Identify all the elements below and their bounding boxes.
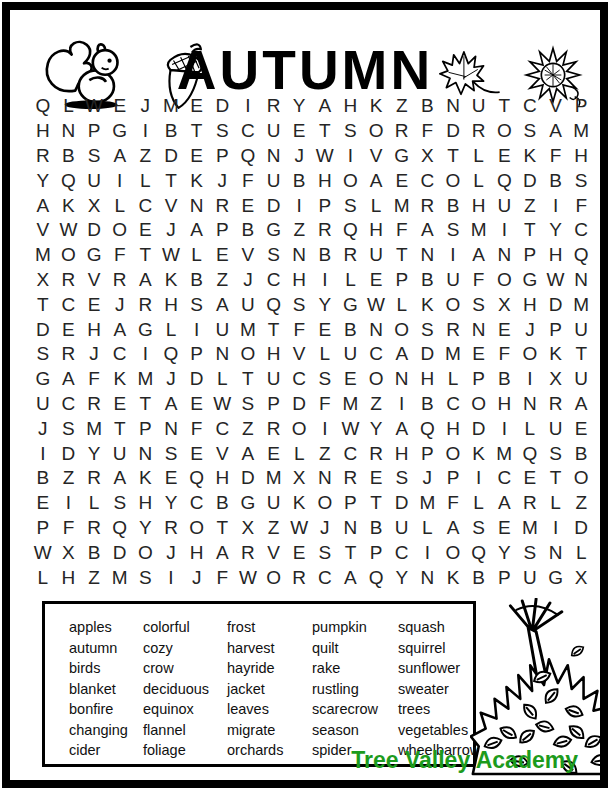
grid-cell-r1c9[interactable]: I (235, 94, 261, 119)
grid-cell-r6c10[interactable]: G (261, 218, 287, 243)
grid-cell-r13c14[interactable]: Z (363, 392, 389, 417)
grid-cell-r2c21[interactable]: A (543, 119, 569, 144)
grid-cell-r14c16[interactable]: Q (415, 416, 441, 441)
grid-cell-r3c20[interactable]: K (517, 144, 543, 169)
grid-cell-r11c5[interactable]: I (133, 342, 159, 367)
grid-cell-r19c1[interactable]: W (30, 540, 56, 565)
grid-cell-r3c5[interactable]: Z (133, 144, 159, 169)
grid-cell-r10c17[interactable]: R (440, 317, 466, 342)
grid-cell-r18c8[interactable]: T (209, 516, 235, 541)
grid-cell-r3c11[interactable]: J (286, 144, 312, 169)
grid-cell-r17c6[interactable]: Y (158, 491, 184, 516)
grid-cell-r9c20[interactable]: H (517, 292, 543, 317)
grid-cell-r14c15[interactable]: A (389, 416, 415, 441)
grid-cell-r4c5[interactable]: L (133, 168, 159, 193)
grid-cell-r15c18[interactable]: K (466, 441, 492, 466)
grid-cell-r9c4[interactable]: J (107, 292, 133, 317)
grid-cell-r11c8[interactable]: N (209, 342, 235, 367)
grid-cell-r10c8[interactable]: U (209, 317, 235, 342)
grid-cell-r7c13[interactable]: R (338, 243, 364, 268)
grid-cell-r8c6[interactable]: K (158, 268, 184, 293)
grid-cell-r1c16[interactable]: B (415, 94, 441, 119)
word-item-bonfire[interactable]: bonfire (69, 699, 143, 720)
grid-cell-r7c12[interactable]: B (312, 243, 338, 268)
grid-cell-r5c1[interactable]: A (30, 193, 56, 218)
word-item-cozy[interactable]: cozy (143, 638, 227, 659)
grid-cell-r14c8[interactable]: C (209, 416, 235, 441)
grid-cell-r6c21[interactable]: Y (543, 218, 569, 243)
grid-cell-r9c22[interactable]: M (568, 292, 594, 317)
grid-cell-r4c17[interactable]: O (440, 168, 466, 193)
grid-cell-r17c3[interactable]: L (81, 491, 107, 516)
grid-cell-r9c19[interactable]: X (491, 292, 517, 317)
grid-cell-r12c6[interactable]: J (158, 367, 184, 392)
grid-cell-r3c14[interactable]: V (363, 144, 389, 169)
grid-cell-r17c4[interactable]: S (107, 491, 133, 516)
grid-cell-r12c7[interactable]: D (184, 367, 210, 392)
word-item-squash[interactable]: squash (398, 617, 480, 638)
grid-cell-r6c15[interactable]: F (389, 218, 415, 243)
grid-cell-r7c2[interactable]: O (56, 243, 82, 268)
grid-cell-r16c12[interactable]: N (312, 466, 338, 491)
grid-cell-r4c18[interactable]: L (466, 168, 492, 193)
grid-cell-r20c6[interactable]: I (158, 565, 184, 590)
grid-cell-r11c18[interactable]: E (466, 342, 492, 367)
grid-cell-r3c8[interactable]: P (209, 144, 235, 169)
word-item-frost[interactable]: frost (227, 617, 312, 638)
grid-cell-r8c22[interactable]: N (568, 268, 594, 293)
word-item-orchards[interactable]: orchards (227, 740, 312, 761)
grid-cell-r20c19[interactable]: P (491, 565, 517, 590)
grid-cell-r11c1[interactable]: S (30, 342, 56, 367)
word-item-crow[interactable]: crow (143, 658, 227, 679)
grid-cell-r6c6[interactable]: J (158, 218, 184, 243)
grid-cell-r7c19[interactable]: N (491, 243, 517, 268)
grid-cell-r19c5[interactable]: O (133, 540, 159, 565)
grid-cell-r9c17[interactable]: O (440, 292, 466, 317)
grid-cell-r6c2[interactable]: W (56, 218, 82, 243)
grid-cell-r8c18[interactable]: F (466, 268, 492, 293)
grid-cell-r17c19[interactable]: A (491, 491, 517, 516)
word-item-season[interactable]: season (312, 720, 398, 741)
grid-cell-r7c22[interactable]: Q (568, 243, 594, 268)
grid-cell-r2c3[interactable]: P (81, 119, 107, 144)
grid-cell-r11c22[interactable]: T (568, 342, 594, 367)
grid-cell-r15c15[interactable]: H (389, 441, 415, 466)
grid-cell-r13c16[interactable]: B (415, 392, 441, 417)
grid-cell-r1c1[interactable]: Q (30, 94, 56, 119)
grid-cell-r3c16[interactable]: X (415, 144, 441, 169)
grid-cell-r4c21[interactable]: B (543, 168, 569, 193)
grid-cell-r20c20[interactable]: U (517, 565, 543, 590)
grid-cell-r8c4[interactable]: R (107, 268, 133, 293)
grid-cell-r13c12[interactable]: F (312, 392, 338, 417)
grid-cell-r7c1[interactable]: M (30, 243, 56, 268)
grid-cell-r1c11[interactable]: Y (286, 94, 312, 119)
grid-cell-r10c6[interactable]: L (158, 317, 184, 342)
grid-cell-r10c3[interactable]: H (81, 317, 107, 342)
grid-cell-r6c5[interactable]: E (133, 218, 159, 243)
grid-cell-r6c17[interactable]: S (440, 218, 466, 243)
grid-cell-r20c13[interactable]: A (338, 565, 364, 590)
grid-cell-r2c2[interactable]: N (56, 119, 82, 144)
grid-cell-r4c3[interactable]: U (81, 168, 107, 193)
grid-cell-r2c6[interactable]: B (158, 119, 184, 144)
grid-cell-r10c22[interactable]: U (568, 317, 594, 342)
grid-cell-r9c10[interactable]: Q (261, 292, 287, 317)
grid-cell-r7c16[interactable]: N (415, 243, 441, 268)
grid-cell-r12c8[interactable]: L (209, 367, 235, 392)
grid-cell-r17c11[interactable]: K (286, 491, 312, 516)
grid-cell-r18c11[interactable]: W (286, 516, 312, 541)
grid-cell-r12c3[interactable]: F (81, 367, 107, 392)
grid-cell-r4c16[interactable]: C (415, 168, 441, 193)
grid-cell-r8c16[interactable]: B (415, 268, 441, 293)
word-item-sweater[interactable]: sweater (398, 679, 480, 700)
grid-cell-r11c3[interactable]: J (81, 342, 107, 367)
grid-cell-r16c19[interactable]: C (491, 466, 517, 491)
grid-cell-r5c7[interactable]: N (184, 193, 210, 218)
grid-cell-r2c19[interactable]: O (491, 119, 517, 144)
grid-cell-r17c20[interactable]: R (517, 491, 543, 516)
grid-cell-r11c17[interactable]: M (440, 342, 466, 367)
grid-cell-r9c11[interactable]: S (286, 292, 312, 317)
grid-cell-r14c14[interactable]: Y (363, 416, 389, 441)
grid-cell-r11c15[interactable]: A (389, 342, 415, 367)
grid-cell-r18c7[interactable]: O (184, 516, 210, 541)
grid-cell-r3c19[interactable]: E (491, 144, 517, 169)
grid-cell-r17c2[interactable]: I (56, 491, 82, 516)
grid-cell-r7c10[interactable]: S (261, 243, 287, 268)
grid-cell-r5c5[interactable]: C (133, 193, 159, 218)
grid-cell-r17c13[interactable]: P (338, 491, 364, 516)
grid-cell-r7c15[interactable]: T (389, 243, 415, 268)
grid-cell-r7c8[interactable]: E (209, 243, 235, 268)
grid-cell-r15c1[interactable]: I (30, 441, 56, 466)
grid-cell-r6c3[interactable]: D (81, 218, 107, 243)
grid-cell-r4c9[interactable]: F (235, 168, 261, 193)
grid-cell-r17c12[interactable]: O (312, 491, 338, 516)
grid-cell-r18c5[interactable]: Y (133, 516, 159, 541)
word-item-vegetables[interactable]: vegetables (398, 720, 480, 741)
word-item-migrate[interactable]: migrate (227, 720, 312, 741)
grid-cell-r15c14[interactable]: R (363, 441, 389, 466)
grid-cell-r1c19[interactable]: T (491, 94, 517, 119)
grid-cell-r5c17[interactable]: B (440, 193, 466, 218)
grid-cell-r8c17[interactable]: U (440, 268, 466, 293)
grid-cell-r13c21[interactable]: R (543, 392, 569, 417)
grid-cell-r8c2[interactable]: R (56, 268, 82, 293)
grid-cell-r8c1[interactable]: X (30, 268, 56, 293)
word-item-foliage[interactable]: foliage (143, 740, 227, 761)
grid-cell-r18c4[interactable]: Q (107, 516, 133, 541)
grid-cell-r7c7[interactable]: L (184, 243, 210, 268)
grid-cell-r5c19[interactable]: U (491, 193, 517, 218)
grid-cell-r9c14[interactable]: W (363, 292, 389, 317)
grid-cell-r20c3[interactable]: Z (81, 565, 107, 590)
grid-cell-r8c13[interactable]: L (338, 268, 364, 293)
word-item-blanket[interactable]: blanket (69, 679, 143, 700)
grid-cell-r8c10[interactable]: C (261, 268, 287, 293)
grid-cell-r15c8[interactable]: V (209, 441, 235, 466)
grid-cell-r13c5[interactable]: T (133, 392, 159, 417)
grid-cell-r19c22[interactable]: L (568, 540, 594, 565)
grid-cell-r1c3[interactable]: W (81, 94, 107, 119)
grid-cell-r12c4[interactable]: K (107, 367, 133, 392)
grid-cell-r15c2[interactable]: D (56, 441, 82, 466)
grid-cell-r19c18[interactable]: Q (466, 540, 492, 565)
grid-cell-r15c6[interactable]: S (158, 441, 184, 466)
grid-cell-r20c11[interactable]: R (286, 565, 312, 590)
grid-cell-r4c1[interactable]: Y (30, 168, 56, 193)
grid-cell-r12c12[interactable]: S (312, 367, 338, 392)
grid-cell-r13c13[interactable]: M (338, 392, 364, 417)
grid-cell-r5c8[interactable]: R (209, 193, 235, 218)
grid-cell-r6c18[interactable]: M (466, 218, 492, 243)
grid-cell-r11c7[interactable]: P (184, 342, 210, 367)
grid-cell-r14c5[interactable]: P (133, 416, 159, 441)
grid-cell-r12c13[interactable]: E (338, 367, 364, 392)
grid-cell-r17c14[interactable]: T (363, 491, 389, 516)
grid-cell-r18c3[interactable]: R (81, 516, 107, 541)
grid-cell-r5c13[interactable]: S (338, 193, 364, 218)
grid-cell-r5c4[interactable]: L (107, 193, 133, 218)
grid-cell-r18c1[interactable]: P (30, 516, 56, 541)
grid-cell-r16c2[interactable]: Z (56, 466, 82, 491)
grid-cell-r1c8[interactable]: D (209, 94, 235, 119)
grid-cell-r4c22[interactable]: S (568, 168, 594, 193)
grid-cell-r19c15[interactable]: C (389, 540, 415, 565)
grid-cell-r10c13[interactable]: B (338, 317, 364, 342)
grid-cell-r19c6[interactable]: J (158, 540, 184, 565)
grid-cell-r8c5[interactable]: A (133, 268, 159, 293)
grid-cell-r10c21[interactable]: P (543, 317, 569, 342)
grid-cell-r8c11[interactable]: H (286, 268, 312, 293)
grid-cell-r6c8[interactable]: P (209, 218, 235, 243)
grid-cell-r9c21[interactable]: D (543, 292, 569, 317)
grid-cell-r8c8[interactable]: Z (209, 268, 235, 293)
grid-cell-r3c6[interactable]: D (158, 144, 184, 169)
grid-cell-r16c8[interactable]: H (209, 466, 235, 491)
word-item-cider[interactable]: cider (69, 740, 143, 761)
grid-cell-r16c6[interactable]: E (158, 466, 184, 491)
grid-cell-r19c7[interactable]: H (184, 540, 210, 565)
grid-cell-r8c7[interactable]: B (184, 268, 210, 293)
grid-cell-r16c4[interactable]: A (107, 466, 133, 491)
grid-cell-r16c20[interactable]: E (517, 466, 543, 491)
grid-cell-r2c14[interactable]: O (363, 119, 389, 144)
grid-cell-r5c20[interactable]: Z (517, 193, 543, 218)
grid-cell-r1c10[interactable]: R (261, 94, 287, 119)
grid-cell-r15c9[interactable]: A (235, 441, 261, 466)
grid-cell-r14c1[interactable]: J (30, 416, 56, 441)
grid-cell-r1c14[interactable]: K (363, 94, 389, 119)
grid-cell-r7c21[interactable]: H (543, 243, 569, 268)
grid-cell-r9c13[interactable]: G (338, 292, 364, 317)
grid-cell-r19c9[interactable]: R (235, 540, 261, 565)
grid-cell-r5c14[interactable]: L (363, 193, 389, 218)
grid-cell-r13c10[interactable]: P (261, 392, 287, 417)
grid-cell-r4c7[interactable]: K (184, 168, 210, 193)
word-item-flannel[interactable]: flannel (143, 720, 227, 741)
grid-cell-r8c20[interactable]: G (517, 268, 543, 293)
grid-cell-r15c5[interactable]: N (133, 441, 159, 466)
grid-cell-r18c21[interactable]: I (543, 516, 569, 541)
grid-cell-r13c1[interactable]: U (30, 392, 56, 417)
grid-cell-r10c14[interactable]: N (363, 317, 389, 342)
grid-cell-r7c5[interactable]: T (133, 243, 159, 268)
grid-cell-r17c10[interactable]: U (261, 491, 287, 516)
grid-cell-r10c9[interactable]: M (235, 317, 261, 342)
grid-cell-r5c16[interactable]: R (415, 193, 441, 218)
grid-cell-r4c12[interactable]: H (312, 168, 338, 193)
grid-cell-r5c2[interactable]: K (56, 193, 82, 218)
grid-cell-r11c9[interactable]: O (235, 342, 261, 367)
grid-cell-r9c18[interactable]: S (466, 292, 492, 317)
grid-cell-r5c9[interactable]: E (235, 193, 261, 218)
grid-cell-r15c17[interactable]: O (440, 441, 466, 466)
grid-cell-r2c4[interactable]: G (107, 119, 133, 144)
grid-cell-r1c7[interactable]: E (184, 94, 210, 119)
grid-cell-r17c8[interactable]: B (209, 491, 235, 516)
grid-cell-r20c10[interactable]: O (261, 565, 287, 590)
grid-cell-r18c19[interactable]: E (491, 516, 517, 541)
grid-cell-r2c11[interactable]: E (286, 119, 312, 144)
grid-cell-r10c2[interactable]: E (56, 317, 82, 342)
grid-cell-r12c21[interactable]: X (543, 367, 569, 392)
grid-cell-r10c11[interactable]: F (286, 317, 312, 342)
grid-cell-r11c4[interactable]: C (107, 342, 133, 367)
word-item-quilt[interactable]: quilt (312, 638, 398, 659)
grid-cell-r19c20[interactable]: S (517, 540, 543, 565)
grid-cell-r19c17[interactable]: O (440, 540, 466, 565)
grid-cell-r2c5[interactable]: I (133, 119, 159, 144)
grid-cell-r13c4[interactable]: E (107, 392, 133, 417)
grid-cell-r19c13[interactable]: T (338, 540, 364, 565)
grid-cell-r15c4[interactable]: U (107, 441, 133, 466)
grid-cell-r4c6[interactable]: T (158, 168, 184, 193)
grid-cell-r16c1[interactable]: B (30, 466, 56, 491)
grid-cell-r14c10[interactable]: R (261, 416, 287, 441)
grid-cell-r15c10[interactable]: E (261, 441, 287, 466)
word-item-changing[interactable]: changing (69, 720, 143, 741)
grid-cell-r20c12[interactable]: C (312, 565, 338, 590)
grid-cell-r4c2[interactable]: Q (56, 168, 82, 193)
grid-cell-r11c20[interactable]: O (517, 342, 543, 367)
grid-cell-r4c13[interactable]: O (338, 168, 364, 193)
grid-cell-r4c20[interactable]: D (517, 168, 543, 193)
grid-cell-r2c22[interactable]: M (568, 119, 594, 144)
grid-cell-r3c10[interactable]: N (261, 144, 287, 169)
grid-cell-r15c3[interactable]: Y (81, 441, 107, 466)
grid-cell-r10c7[interactable]: I (184, 317, 210, 342)
grid-cell-r4c8[interactable]: J (209, 168, 235, 193)
grid-cell-r16c7[interactable]: Q (184, 466, 210, 491)
grid-cell-r1c13[interactable]: H (338, 94, 364, 119)
grid-cell-r10c5[interactable]: G (133, 317, 159, 342)
grid-cell-r9c9[interactable]: U (235, 292, 261, 317)
grid-cell-r18c20[interactable]: M (517, 516, 543, 541)
grid-cell-r7c20[interactable]: P (517, 243, 543, 268)
grid-cell-r18c9[interactable]: X (235, 516, 261, 541)
grid-cell-r18c17[interactable]: A (440, 516, 466, 541)
grid-cell-r11c10[interactable]: H (261, 342, 287, 367)
grid-cell-r20c8[interactable]: F (209, 565, 235, 590)
grid-cell-r4c19[interactable]: Q (491, 168, 517, 193)
grid-cell-r7c4[interactable]: F (107, 243, 133, 268)
grid-cell-r6c12[interactable]: R (312, 218, 338, 243)
grid-cell-r9c16[interactable]: K (415, 292, 441, 317)
grid-cell-r16c16[interactable]: J (415, 466, 441, 491)
grid-cell-r12c17[interactable]: L (440, 367, 466, 392)
grid-cell-r2c7[interactable]: T (184, 119, 210, 144)
grid-cell-r3c2[interactable]: B (56, 144, 82, 169)
grid-cell-r6c19[interactable]: I (491, 218, 517, 243)
grid-cell-r1c17[interactable]: N (440, 94, 466, 119)
grid-cell-r9c6[interactable]: H (158, 292, 184, 317)
grid-cell-r20c7[interactable]: J (184, 565, 210, 590)
grid-cell-r2c1[interactable]: H (30, 119, 56, 144)
grid-cell-r7c14[interactable]: U (363, 243, 389, 268)
word-item-trees[interactable]: trees (398, 699, 480, 720)
grid-cell-r12c2[interactable]: A (56, 367, 82, 392)
grid-cell-r14c2[interactable]: S (56, 416, 82, 441)
grid-cell-r15c16[interactable]: P (415, 441, 441, 466)
grid-cell-r20c17[interactable]: K (440, 565, 466, 590)
grid-cell-r4c10[interactable]: U (261, 168, 287, 193)
grid-cell-r8c3[interactable]: V (81, 268, 107, 293)
grid-cell-r20c21[interactable]: G (543, 565, 569, 590)
grid-cell-r3c1[interactable]: R (30, 144, 56, 169)
grid-cell-r3c17[interactable]: T (440, 144, 466, 169)
grid-cell-r11c12[interactable]: L (312, 342, 338, 367)
grid-cell-r11c6[interactable]: Q (158, 342, 184, 367)
grid-cell-r20c18[interactable]: B (466, 565, 492, 590)
grid-cell-r14c6[interactable]: N (158, 416, 184, 441)
word-item-rustling[interactable]: rustling (312, 679, 398, 700)
grid-cell-r10c12[interactable]: E (312, 317, 338, 342)
grid-cell-r15c13[interactable]: C (338, 441, 364, 466)
grid-cell-r18c2[interactable]: F (56, 516, 82, 541)
word-item-leaves[interactable]: leaves (227, 699, 312, 720)
grid-cell-r15c22[interactable]: B (568, 441, 594, 466)
grid-cell-r4c4[interactable]: I (107, 168, 133, 193)
grid-cell-r19c10[interactable]: V (261, 540, 287, 565)
grid-cell-r12c14[interactable]: O (363, 367, 389, 392)
grid-cell-r9c15[interactable]: L (389, 292, 415, 317)
grid-cell-r2c10[interactable]: U (261, 119, 287, 144)
grid-cell-r17c7[interactable]: C (184, 491, 210, 516)
grid-cell-r17c9[interactable]: G (235, 491, 261, 516)
grid-cell-r10c18[interactable]: N (466, 317, 492, 342)
grid-cell-r13c18[interactable]: O (466, 392, 492, 417)
grid-cell-r12c1[interactable]: G (30, 367, 56, 392)
grid-cell-r3c3[interactable]: S (81, 144, 107, 169)
grid-cell-r6c4[interactable]: O (107, 218, 133, 243)
grid-cell-r10c4[interactable]: A (107, 317, 133, 342)
grid-cell-r14c12[interactable]: I (312, 416, 338, 441)
grid-cell-r14c4[interactable]: T (107, 416, 133, 441)
grid-cell-r17c16[interactable]: M (415, 491, 441, 516)
grid-cell-r6c16[interactable]: A (415, 218, 441, 243)
grid-cell-r11c16[interactable]: D (415, 342, 441, 367)
grid-cell-r19c12[interactable]: S (312, 540, 338, 565)
grid-cell-r13c6[interactable]: A (158, 392, 184, 417)
grid-cell-r3c21[interactable]: F (543, 144, 569, 169)
grid-cell-r14c9[interactable]: Z (235, 416, 261, 441)
grid-cell-r6c11[interactable]: Z (286, 218, 312, 243)
grid-cell-r6c1[interactable]: V (30, 218, 56, 243)
